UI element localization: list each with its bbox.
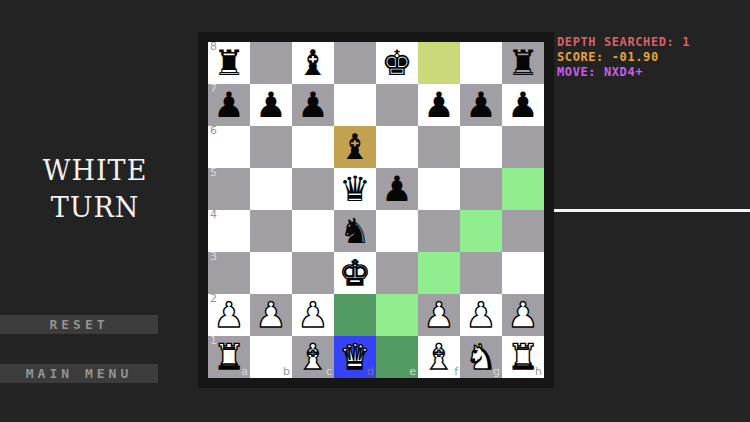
square-c6[interactable] bbox=[292, 126, 334, 168]
piece-white-king[interactable]: ♚ bbox=[339, 252, 370, 294]
piece-white-rook[interactable]: ♜ bbox=[507, 336, 538, 378]
square-c8[interactable]: ♝ bbox=[292, 42, 334, 84]
turn-line2: TURN bbox=[33, 189, 157, 226]
piece-black-rook[interactable]: ♜ bbox=[507, 42, 538, 84]
piece-white-pawn[interactable]: ♟ bbox=[507, 294, 538, 336]
square-e2[interactable] bbox=[376, 294, 418, 336]
rank-label-4: 4 bbox=[210, 209, 217, 221]
piece-white-pawn[interactable]: ♟ bbox=[255, 294, 286, 336]
square-c5[interactable] bbox=[292, 168, 334, 210]
file-label-h: h bbox=[535, 366, 542, 378]
piece-white-queen[interactable]: ♛ bbox=[339, 336, 370, 378]
chess-board: 8♜♝♚♜7♟♟♟♟♟♟6♝5♛♟4♞3♚2♟♟♟♟♟♟1a♜bc♝d♛ef♝g… bbox=[198, 32, 554, 388]
square-f6[interactable] bbox=[418, 126, 460, 168]
square-e7[interactable] bbox=[376, 84, 418, 126]
square-g3[interactable] bbox=[460, 252, 502, 294]
square-c3[interactable] bbox=[292, 252, 334, 294]
square-a4[interactable]: 4 bbox=[208, 210, 250, 252]
turn-indicator: WHITE TURN bbox=[33, 152, 157, 226]
square-f4[interactable] bbox=[418, 210, 460, 252]
square-b5[interactable] bbox=[250, 168, 292, 210]
piece-white-pawn[interactable]: ♟ bbox=[297, 294, 328, 336]
square-b3[interactable] bbox=[250, 252, 292, 294]
square-g4[interactable] bbox=[460, 210, 502, 252]
app-background: WHITE TURN 8♜♝♚♜7♟♟♟♟♟♟6♝5♛♟4♞3♚2♟♟♟♟♟♟1… bbox=[0, 0, 750, 422]
rank-label-5: 5 bbox=[210, 167, 217, 179]
square-e6[interactable] bbox=[376, 126, 418, 168]
file-label-c: c bbox=[326, 366, 332, 378]
square-c2[interactable]: ♟ bbox=[292, 294, 334, 336]
piece-white-rook[interactable]: ♜ bbox=[213, 336, 244, 378]
main-menu-button[interactable]: MAIN MENU bbox=[0, 364, 158, 383]
square-d8[interactable] bbox=[334, 42, 376, 84]
square-d4[interactable]: ♞ bbox=[334, 210, 376, 252]
square-e4[interactable] bbox=[376, 210, 418, 252]
square-h8[interactable]: ♜ bbox=[502, 42, 544, 84]
square-d1[interactable]: d♛ bbox=[334, 336, 376, 378]
square-e1[interactable]: e bbox=[376, 336, 418, 378]
square-h5[interactable] bbox=[502, 168, 544, 210]
square-g5[interactable] bbox=[460, 168, 502, 210]
square-b2[interactable]: ♟ bbox=[250, 294, 292, 336]
file-label-d: d bbox=[367, 366, 374, 378]
move-text: MOVE: NXD4+ bbox=[557, 65, 690, 80]
piece-black-pawn[interactable]: ♟ bbox=[297, 84, 328, 126]
square-c1[interactable]: c♝ bbox=[292, 336, 334, 378]
square-h6[interactable] bbox=[502, 126, 544, 168]
rank-label-2: 2 bbox=[210, 293, 217, 305]
square-b8[interactable] bbox=[250, 42, 292, 84]
turn-line1: WHITE bbox=[33, 152, 157, 189]
piece-black-pawn[interactable]: ♟ bbox=[381, 168, 412, 210]
engine-info: DEPTH SEARCHED: 1 SCORE: -01.90 MOVE: NX… bbox=[557, 35, 690, 80]
file-label-g: g bbox=[493, 366, 500, 378]
square-f1[interactable]: f♝ bbox=[418, 336, 460, 378]
square-f3[interactable] bbox=[418, 252, 460, 294]
divider-line bbox=[554, 209, 750, 212]
square-g8[interactable] bbox=[460, 42, 502, 84]
square-f8[interactable] bbox=[418, 42, 460, 84]
piece-white-bishop[interactable]: ♝ bbox=[423, 336, 454, 378]
square-h2[interactable]: ♟ bbox=[502, 294, 544, 336]
square-a8[interactable]: 8♜ bbox=[208, 42, 250, 84]
piece-black-pawn[interactable]: ♟ bbox=[255, 84, 286, 126]
square-a2[interactable]: 2♟ bbox=[208, 294, 250, 336]
file-label-f: f bbox=[454, 366, 458, 378]
square-d3[interactable]: ♚ bbox=[334, 252, 376, 294]
file-label-b: b bbox=[283, 366, 290, 378]
square-h1[interactable]: h♜ bbox=[502, 336, 544, 378]
score-text: SCORE: -01.90 bbox=[557, 50, 690, 65]
rank-label-8: 8 bbox=[210, 41, 217, 53]
square-h7[interactable]: ♟ bbox=[502, 84, 544, 126]
piece-black-queen[interactable]: ♛ bbox=[339, 168, 370, 210]
rank-label-1: 1 bbox=[210, 335, 217, 347]
square-a7[interactable]: 7♟ bbox=[208, 84, 250, 126]
piece-black-king[interactable]: ♚ bbox=[381, 42, 412, 84]
square-h4[interactable] bbox=[502, 210, 544, 252]
piece-black-rook[interactable]: ♜ bbox=[213, 42, 244, 84]
piece-black-bishop[interactable]: ♝ bbox=[297, 42, 328, 84]
main-menu-button-label: MAIN MENU bbox=[26, 366, 132, 381]
piece-black-pawn[interactable]: ♟ bbox=[213, 84, 244, 126]
square-g6[interactable] bbox=[460, 126, 502, 168]
file-label-a: a bbox=[241, 366, 248, 378]
piece-black-pawn[interactable]: ♟ bbox=[465, 84, 496, 126]
piece-black-pawn[interactable]: ♟ bbox=[423, 84, 454, 126]
rank-label-3: 3 bbox=[210, 251, 217, 263]
piece-black-knight[interactable]: ♞ bbox=[339, 210, 370, 252]
square-d6[interactable]: ♝ bbox=[334, 126, 376, 168]
reset-button-label: RESET bbox=[49, 317, 108, 332]
rank-label-7: 7 bbox=[210, 83, 217, 95]
square-b7[interactable]: ♟ bbox=[250, 84, 292, 126]
rank-label-6: 6 bbox=[210, 125, 217, 137]
square-e5[interactable]: ♟ bbox=[376, 168, 418, 210]
square-d5[interactable]: ♛ bbox=[334, 168, 376, 210]
piece-black-pawn[interactable]: ♟ bbox=[507, 84, 538, 126]
square-a5[interactable]: 5 bbox=[208, 168, 250, 210]
square-e8[interactable]: ♚ bbox=[376, 42, 418, 84]
square-f5[interactable] bbox=[418, 168, 460, 210]
square-a6[interactable]: 6 bbox=[208, 126, 250, 168]
square-c4[interactable] bbox=[292, 210, 334, 252]
square-a3[interactable]: 3 bbox=[208, 252, 250, 294]
square-g7[interactable]: ♟ bbox=[460, 84, 502, 126]
square-a1[interactable]: 1a♜ bbox=[208, 336, 250, 378]
square-c7[interactable]: ♟ bbox=[292, 84, 334, 126]
square-g1[interactable]: g♞ bbox=[460, 336, 502, 378]
depth-searched-text: DEPTH SEARCHED: 1 bbox=[557, 35, 690, 50]
piece-white-knight[interactable]: ♞ bbox=[465, 336, 496, 378]
file-label-e: e bbox=[409, 366, 416, 378]
square-d2[interactable] bbox=[334, 294, 376, 336]
square-f7[interactable]: ♟ bbox=[418, 84, 460, 126]
square-e3[interactable] bbox=[376, 252, 418, 294]
piece-white-pawn[interactable]: ♟ bbox=[423, 294, 454, 336]
piece-white-bishop[interactable]: ♝ bbox=[297, 336, 328, 378]
square-b1[interactable]: b bbox=[250, 336, 292, 378]
square-d7[interactable] bbox=[334, 84, 376, 126]
square-b6[interactable] bbox=[250, 126, 292, 168]
piece-white-pawn[interactable]: ♟ bbox=[465, 294, 496, 336]
square-h3[interactable] bbox=[502, 252, 544, 294]
piece-white-pawn[interactable]: ♟ bbox=[213, 294, 244, 336]
reset-button[interactable]: RESET bbox=[0, 315, 158, 334]
square-g2[interactable]: ♟ bbox=[460, 294, 502, 336]
square-f2[interactable]: ♟ bbox=[418, 294, 460, 336]
square-b4[interactable] bbox=[250, 210, 292, 252]
piece-black-bishop[interactable]: ♝ bbox=[339, 126, 370, 168]
